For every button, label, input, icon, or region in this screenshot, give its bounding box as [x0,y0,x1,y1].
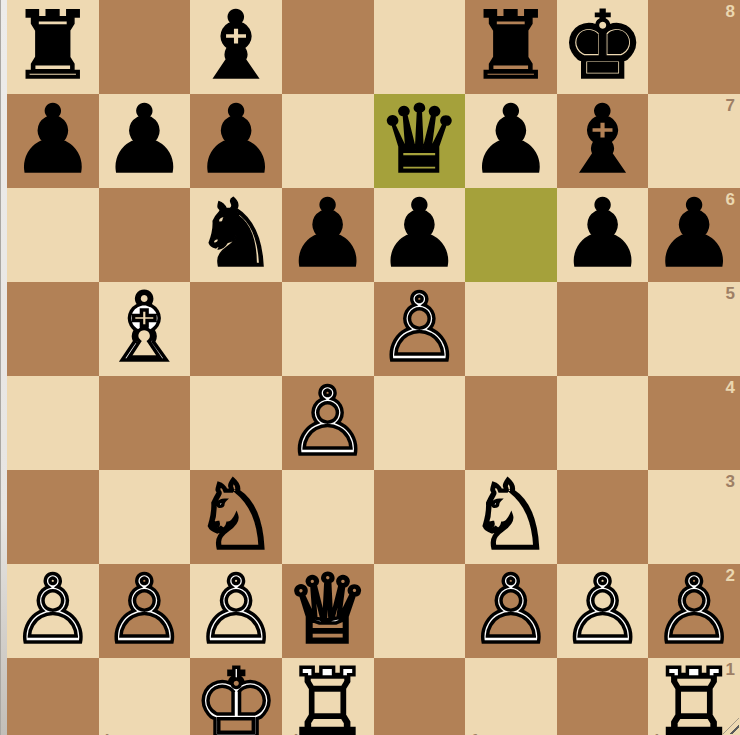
piece-black-pawn[interactable]: ♟ [102,93,186,187]
piece-white-pawn[interactable]: ♙ [194,563,278,657]
piece-black-queen[interactable]: ♛ [377,93,461,187]
piece-white-queen[interactable]: ♕ [286,563,370,657]
square-g8[interactable]: ♚ [557,0,649,94]
square-d5[interactable] [282,282,374,376]
piece-black-pawn[interactable]: ♟ [11,93,95,187]
coord-rank-3: 3 [726,473,735,490]
square-g6[interactable]: ♟ [557,188,649,282]
square-b2[interactable]: ♙ [99,564,191,658]
square-h5[interactable]: 5 [648,282,740,376]
square-d2[interactable]: ♕ [282,564,374,658]
piece-black-pawn[interactable]: ♟ [194,93,278,187]
square-e3[interactable] [374,470,466,564]
square-h7[interactable]: 7 [648,94,740,188]
square-g5[interactable] [557,282,649,376]
piece-white-knight[interactable]: ♘ [194,469,278,563]
square-f2[interactable]: ♙ [465,564,557,658]
square-d4[interactable]: ♙ [282,376,374,470]
square-c2[interactable]: ♙ [190,564,282,658]
square-e7[interactable]: ♛ [374,94,466,188]
square-g2[interactable]: ♙ [557,564,649,658]
piece-white-pawn[interactable]: ♙ [652,563,736,657]
square-f1[interactable]: f [465,658,557,735]
square-g3[interactable] [557,470,649,564]
square-b3[interactable] [99,470,191,564]
piece-white-rook[interactable]: ♖ [652,657,736,735]
square-e2[interactable] [374,564,466,658]
square-h8[interactable]: 8 [648,0,740,94]
piece-black-rook[interactable]: ♜ [11,0,95,93]
square-c6[interactable]: ♞ [190,188,282,282]
piece-white-pawn[interactable]: ♙ [102,563,186,657]
piece-black-pawn[interactable]: ♟ [377,187,461,281]
piece-black-knight[interactable]: ♞ [194,187,278,281]
coord-rank-4: 4 [726,379,735,396]
square-a7[interactable]: ♟ [7,94,99,188]
square-f6[interactable] [465,188,557,282]
square-b8[interactable] [99,0,191,94]
square-d8[interactable] [282,0,374,94]
piece-black-pawn[interactable]: ♟ [469,93,553,187]
coord-rank-6: 6 [726,191,735,208]
piece-black-pawn[interactable]: ♟ [652,187,736,281]
square-e5[interactable]: ♙ [374,282,466,376]
square-g4[interactable] [557,376,649,470]
piece-black-bishop[interactable]: ♝ [560,93,644,187]
coord-rank-2: 2 [726,567,735,584]
square-f3[interactable]: ♘ [465,470,557,564]
coord-rank-1: 1 [726,661,735,678]
piece-white-pawn[interactable]: ♙ [377,281,461,375]
square-a1[interactable]: a [7,658,99,735]
coord-rank-7: 7 [726,97,735,114]
square-b4[interactable] [99,376,191,470]
square-c5[interactable] [190,282,282,376]
piece-black-bishop[interactable]: ♝ [194,0,278,93]
square-a6[interactable] [7,188,99,282]
square-d7[interactable] [282,94,374,188]
square-h2[interactable]: ♙2 [648,564,740,658]
piece-white-bishop[interactable]: ♗ [102,281,186,375]
piece-white-rook[interactable]: ♖ [286,657,370,735]
square-c4[interactable] [190,376,282,470]
piece-black-rook[interactable]: ♜ [469,0,553,93]
square-e8[interactable] [374,0,466,94]
square-a5[interactable] [7,282,99,376]
square-a2[interactable]: ♙ [7,564,99,658]
square-c3[interactable]: ♘ [190,470,282,564]
square-e1[interactable]: e [374,658,466,735]
square-e4[interactable] [374,376,466,470]
square-f4[interactable] [465,376,557,470]
page-edge-gutter [0,0,7,735]
piece-black-king[interactable]: ♚ [560,0,644,93]
piece-white-pawn[interactable]: ♙ [11,563,95,657]
square-h4[interactable]: 4 [648,376,740,470]
square-g7[interactable]: ♝ [557,94,649,188]
piece-black-pawn[interactable]: ♟ [286,187,370,281]
piece-white-king[interactable]: ♔ [194,657,278,735]
square-a4[interactable] [7,376,99,470]
square-b7[interactable]: ♟ [99,94,191,188]
square-h3[interactable]: 3 [648,470,740,564]
square-a3[interactable] [7,470,99,564]
coord-rank-5: 5 [726,285,735,302]
square-a8[interactable]: ♜ [7,0,99,94]
square-f5[interactable] [465,282,557,376]
square-d6[interactable]: ♟ [282,188,374,282]
square-b5[interactable]: ♗ [99,282,191,376]
chess-app-screenshot: ♜♝♜♚8♟♟♟♛♟♝7♞♟♟♟♟6♗♙5♙4♘♘3♙♙♙♕♙♙♙2ab♔c♖d… [0,0,740,735]
piece-white-pawn[interactable]: ♙ [560,563,644,657]
piece-white-pawn[interactable]: ♙ [286,375,370,469]
square-d1[interactable]: ♖d [282,658,374,735]
square-h6[interactable]: ♟6 [648,188,740,282]
chess-board: ♜♝♜♚8♟♟♟♛♟♝7♞♟♟♟♟6♗♙5♙4♘♘3♙♙♙♕♙♙♙2ab♔c♖d… [7,0,740,735]
piece-white-knight[interactable]: ♘ [469,469,553,563]
coord-rank-8: 8 [726,3,735,20]
piece-white-pawn[interactable]: ♙ [469,563,553,657]
square-c1[interactable]: ♔c [190,658,282,735]
square-h1[interactable]: ♖1h [648,658,740,735]
square-g1[interactable]: g [557,658,649,735]
square-c7[interactable]: ♟ [190,94,282,188]
square-f8[interactable]: ♜ [465,0,557,94]
square-f7[interactable]: ♟ [465,94,557,188]
square-b1[interactable]: b [99,658,191,735]
piece-black-pawn[interactable]: ♟ [560,187,644,281]
square-c8[interactable]: ♝ [190,0,282,94]
square-d3[interactable] [282,470,374,564]
square-b6[interactable] [99,188,191,282]
square-e6[interactable]: ♟ [374,188,466,282]
